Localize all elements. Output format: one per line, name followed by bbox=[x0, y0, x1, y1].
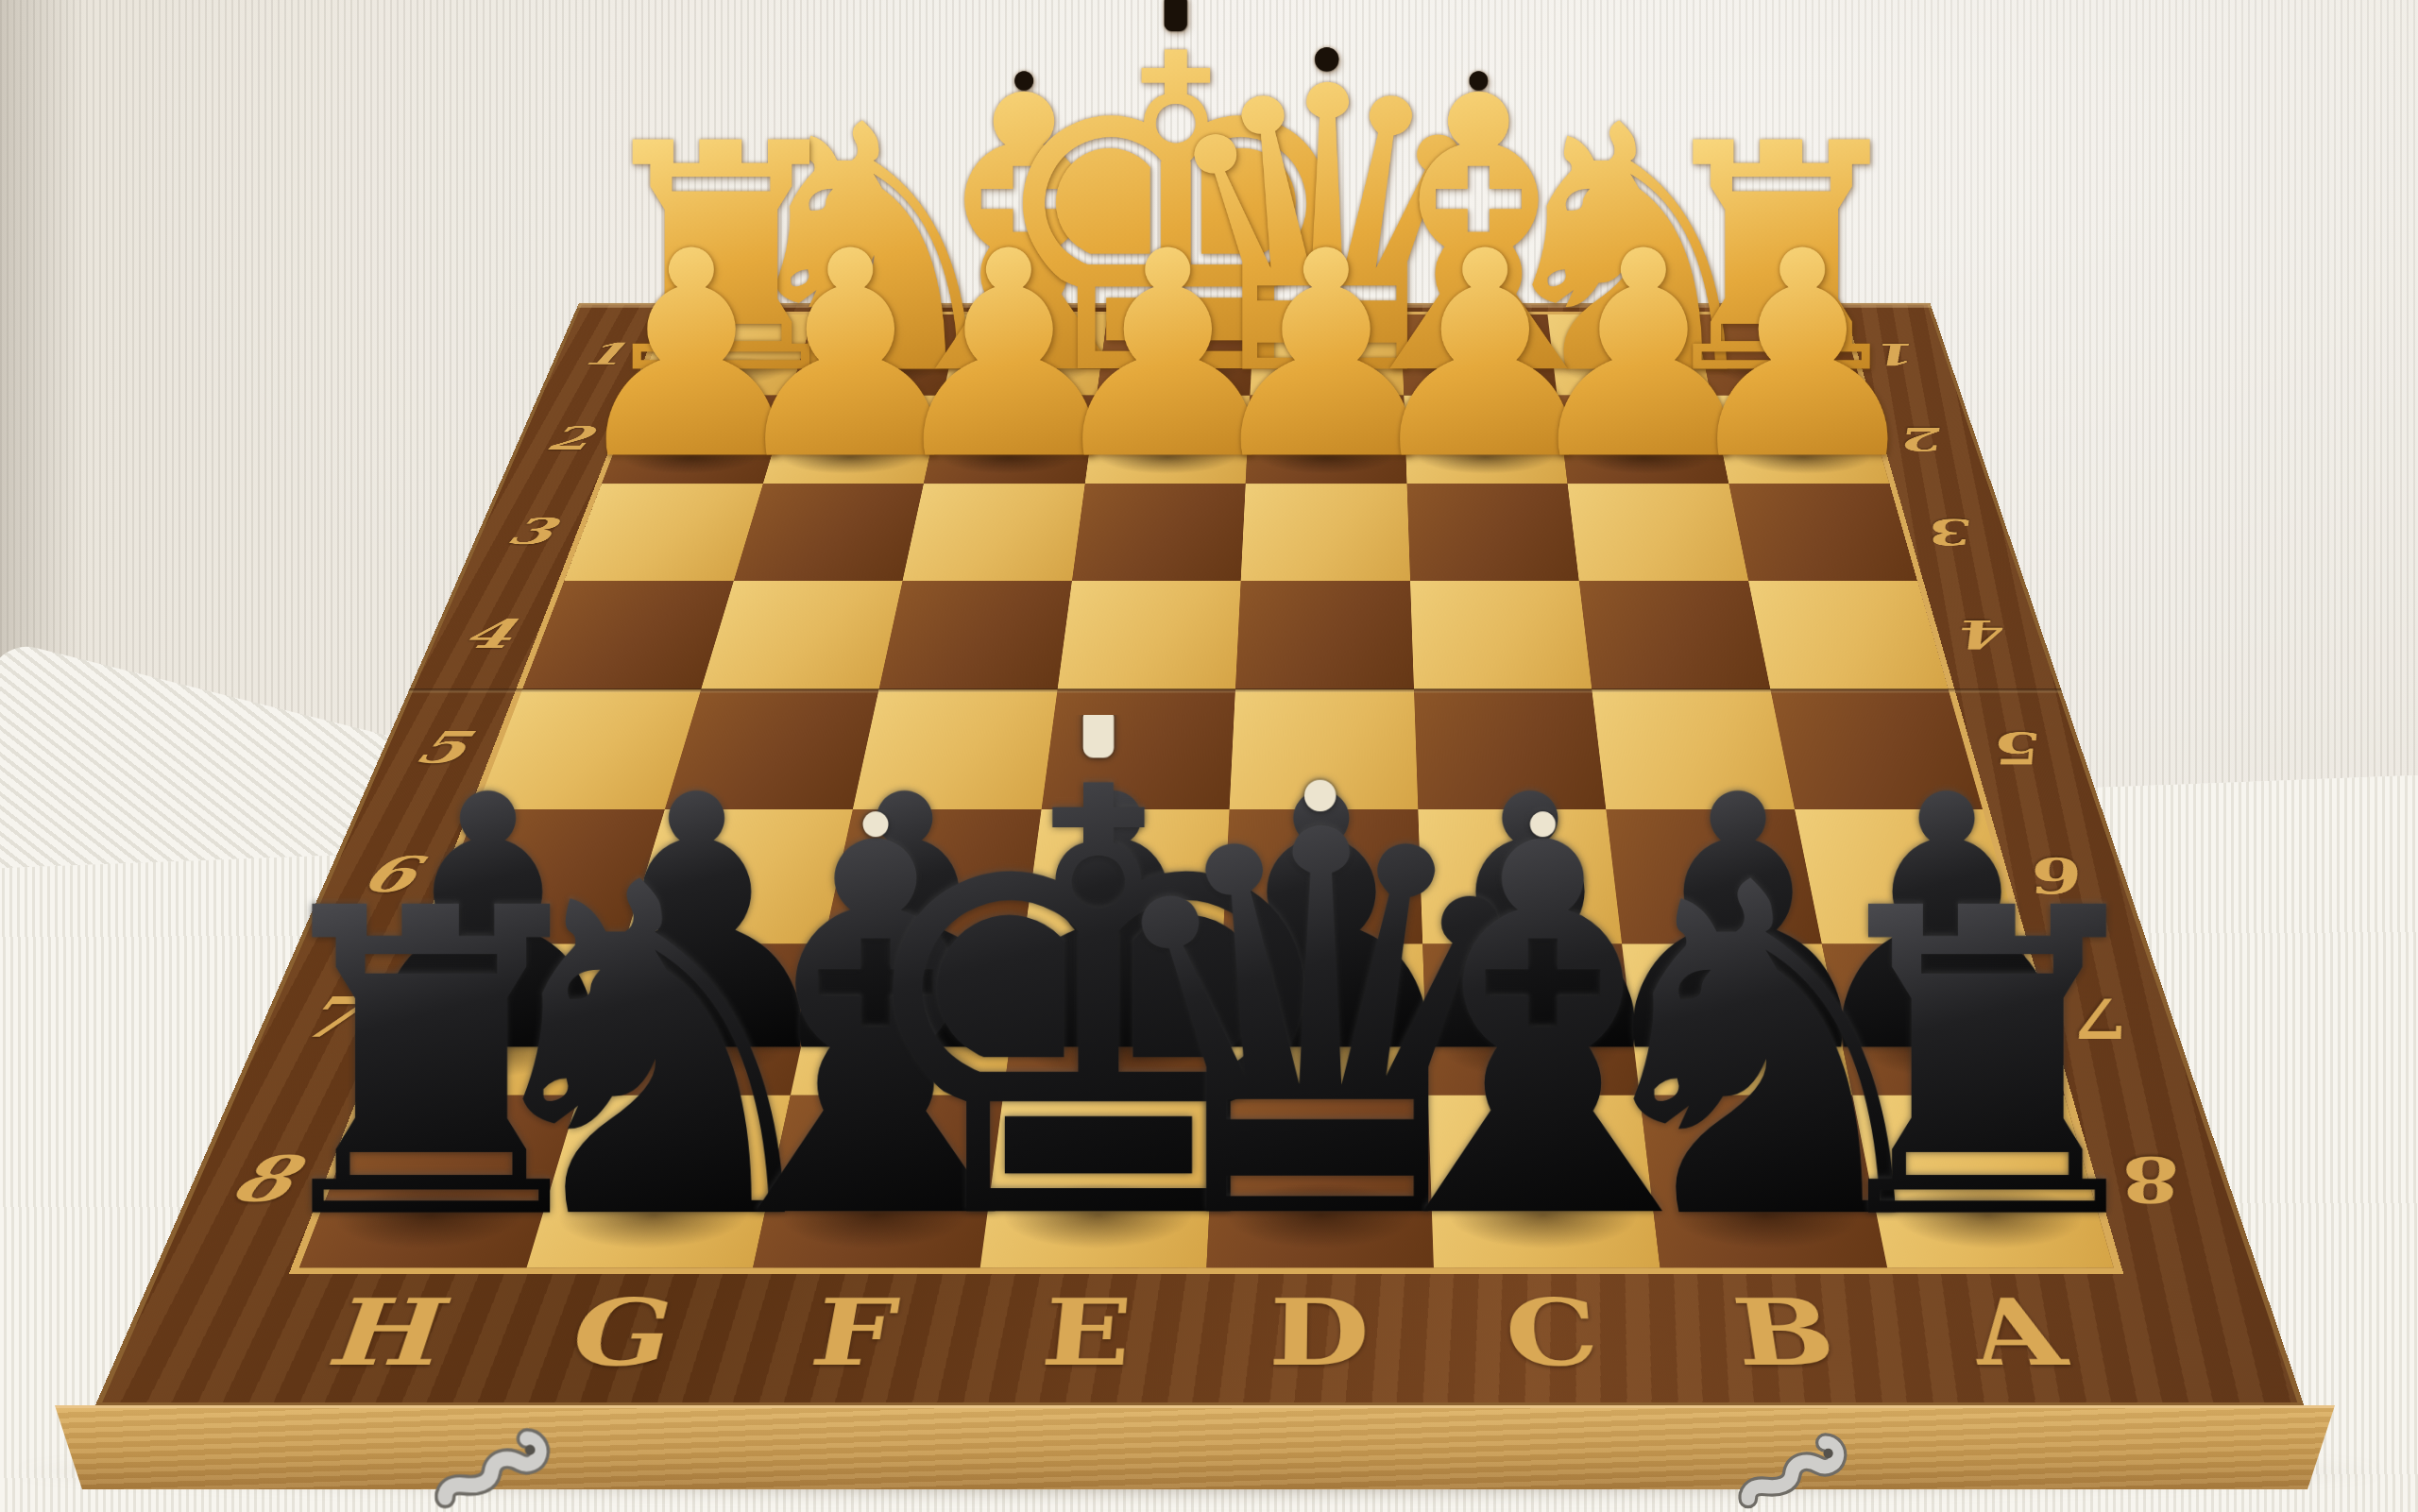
clasp-right-icon bbox=[1728, 1426, 1880, 1502]
file-label-C: C bbox=[1433, 1267, 1677, 1407]
clasp-left-icon bbox=[423, 1424, 586, 1498]
square-b4 bbox=[1579, 581, 1770, 688]
file-label-E: E bbox=[962, 1267, 1207, 1407]
square-c3 bbox=[1406, 484, 1579, 581]
dark-finial bbox=[1469, 71, 1488, 90]
square-a3 bbox=[1728, 484, 1917, 581]
file-label-D: D bbox=[1200, 1267, 1439, 1407]
chessboard: ♜♞♝♚♛♝♞♜♟♟♟♟♟♟♟♟♟♟♟♟♟♟♟♟♜♞♝♚♛♝♞♜ 1234567… bbox=[94, 303, 2305, 1407]
square-c4 bbox=[1410, 581, 1592, 688]
perspective-scene: ♜♞♝♚♛♝♞♜♟♟♟♟♟♟♟♟♟♟♟♟♟♟♟♟♜♞♝♚♛♝♞♜ 1234567… bbox=[0, 0, 2418, 1512]
file-label-F: F bbox=[723, 1267, 979, 1407]
square-b3 bbox=[1568, 484, 1748, 581]
photo-scene: ♜♞♝♚♛♝♞♜♟♟♟♟♟♟♟♟♟♟♟♟♟♟♟♟♜♞♝♚♛♝♞♜ 1234567… bbox=[0, 0, 2418, 1512]
ivory-finial bbox=[1530, 811, 1556, 837]
square-g3 bbox=[733, 484, 924, 581]
square-f3 bbox=[902, 484, 1084, 581]
file-label-G: G bbox=[485, 1267, 754, 1407]
file-label-H: H bbox=[246, 1267, 526, 1407]
square-e3 bbox=[1072, 484, 1246, 581]
square-a2: ♟ bbox=[1711, 395, 1889, 484]
box-front-face bbox=[55, 1405, 2335, 1489]
dark-finial bbox=[1014, 71, 1033, 90]
square-a4 bbox=[1748, 581, 1949, 688]
file-label-B: B bbox=[1660, 1267, 1916, 1407]
file-label-A: A bbox=[1887, 1267, 2154, 1407]
square-d3 bbox=[1241, 484, 1410, 581]
